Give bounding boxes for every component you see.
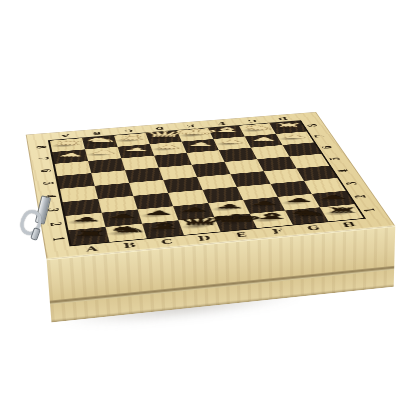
perspective-wrapper: ABCDEFGH ABCDEFGH 12345678 12345678 ♜♞♝♛… xyxy=(0,0,400,400)
piece-white-pawn-d7: ♟ xyxy=(154,144,184,149)
coord-right-6: 6 xyxy=(310,142,346,152)
piece-white-pawn-b7: ♟ xyxy=(89,150,120,155)
box-bottom-edge xyxy=(51,284,393,322)
square-d1 xyxy=(178,217,220,235)
piece-white-pawn-g7: ♟ xyxy=(249,137,278,142)
product-photo-canvas: ABCDEFGH ABCDEFGH 12345678 12345678 ♜♞♝♛… xyxy=(0,0,400,400)
clasp-latch xyxy=(14,194,58,250)
piece-white-pawn-c7: ♟ xyxy=(121,147,152,152)
box-lid-seam xyxy=(50,266,394,305)
piece-white-rook-a8: ♜ xyxy=(50,140,86,145)
coord-right-5: 5 xyxy=(317,154,354,164)
piece-white-pawn-h7: ♟ xyxy=(281,134,310,139)
square-a1 xyxy=(68,227,109,245)
piece-white-pawn-e7: ♟ xyxy=(186,142,216,147)
piece-white-pawn-a7: ♟ xyxy=(55,152,86,157)
piece-white-pawn-f7: ♟ xyxy=(218,139,247,144)
coord-right-4: 4 xyxy=(325,165,363,176)
